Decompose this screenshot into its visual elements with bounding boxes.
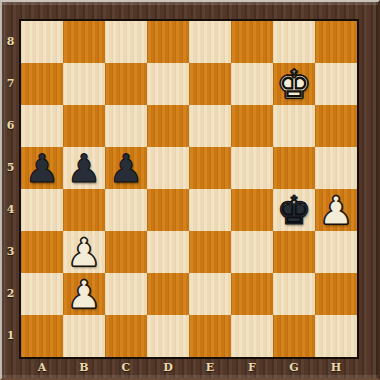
piece-white-king-g7[interactable]: ♚ — [273, 63, 315, 105]
square-h3[interactable] — [315, 231, 357, 273]
square-f5[interactable] — [231, 147, 273, 189]
file-label-d: D — [147, 359, 189, 378]
square-d4[interactable] — [147, 189, 189, 231]
file-label-f: F — [231, 359, 273, 378]
rank-label-2: 2 — [2, 273, 19, 315]
square-d6[interactable] — [147, 105, 189, 147]
file-label-a: A — [21, 359, 63, 378]
piece-white-pawn-b3[interactable]: ♟ — [63, 231, 105, 273]
square-c1[interactable] — [105, 315, 147, 357]
square-b1[interactable] — [63, 315, 105, 357]
square-a2[interactable] — [21, 273, 63, 315]
file-labels: ABCDEFGH — [21, 359, 357, 378]
piece-white-pawn-b2[interactable]: ♟ — [63, 273, 105, 315]
square-b5[interactable]: ♟ — [63, 147, 105, 189]
square-d3[interactable] — [147, 231, 189, 273]
square-e7[interactable] — [189, 63, 231, 105]
square-a1[interactable] — [21, 315, 63, 357]
square-g1[interactable] — [273, 315, 315, 357]
rank-label-3: 3 — [2, 231, 19, 273]
rank-label-4: 4 — [2, 189, 19, 231]
square-f2[interactable] — [231, 273, 273, 315]
rank-label-5: 5 — [2, 147, 19, 189]
square-g3[interactable] — [273, 231, 315, 273]
piece-white-pawn-h4[interactable]: ♟ — [315, 189, 357, 231]
file-label-g: G — [273, 359, 315, 378]
piece-black-pawn-c5[interactable]: ♟ — [105, 147, 147, 189]
square-g6[interactable] — [273, 105, 315, 147]
square-c7[interactable] — [105, 63, 147, 105]
board: ♚♟♟♟♚♟♟♟ — [19, 19, 359, 359]
square-c3[interactable] — [105, 231, 147, 273]
chessboard-widget: ♚♟♟♟♚♟♟♟ 87654321 ABCDEFGH — [0, 0, 380, 380]
square-b2[interactable]: ♟ — [63, 273, 105, 315]
square-h2[interactable] — [315, 273, 357, 315]
square-f8[interactable] — [231, 21, 273, 63]
square-a6[interactable] — [21, 105, 63, 147]
square-c5[interactable]: ♟ — [105, 147, 147, 189]
square-h4[interactable]: ♟ — [315, 189, 357, 231]
square-h5[interactable] — [315, 147, 357, 189]
square-b4[interactable] — [63, 189, 105, 231]
square-d7[interactable] — [147, 63, 189, 105]
square-h8[interactable] — [315, 21, 357, 63]
file-label-e: E — [189, 359, 231, 378]
square-g5[interactable] — [273, 147, 315, 189]
square-b3[interactable]: ♟ — [63, 231, 105, 273]
square-h7[interactable] — [315, 63, 357, 105]
square-h1[interactable] — [315, 315, 357, 357]
square-f4[interactable] — [231, 189, 273, 231]
rank-labels: 87654321 — [2, 21, 19, 357]
square-b6[interactable] — [63, 105, 105, 147]
square-d1[interactable] — [147, 315, 189, 357]
piece-black-pawn-b5[interactable]: ♟ — [63, 147, 105, 189]
square-e8[interactable] — [189, 21, 231, 63]
square-e6[interactable] — [189, 105, 231, 147]
piece-black-pawn-a5[interactable]: ♟ — [21, 147, 63, 189]
square-g8[interactable] — [273, 21, 315, 63]
square-a5[interactable]: ♟ — [21, 147, 63, 189]
square-c8[interactable] — [105, 21, 147, 63]
square-h6[interactable] — [315, 105, 357, 147]
square-e5[interactable] — [189, 147, 231, 189]
square-f6[interactable] — [231, 105, 273, 147]
square-e4[interactable] — [189, 189, 231, 231]
square-g7[interactable]: ♚ — [273, 63, 315, 105]
square-d2[interactable] — [147, 273, 189, 315]
file-label-h: H — [315, 359, 357, 378]
file-label-b: B — [63, 359, 105, 378]
square-a8[interactable] — [21, 21, 63, 63]
square-e1[interactable] — [189, 315, 231, 357]
rank-label-7: 7 — [2, 63, 19, 105]
square-a3[interactable] — [21, 231, 63, 273]
square-c4[interactable] — [105, 189, 147, 231]
square-f7[interactable] — [231, 63, 273, 105]
square-a7[interactable] — [21, 63, 63, 105]
rank-label-8: 8 — [2, 21, 19, 63]
rank-label-1: 1 — [2, 315, 19, 357]
square-d8[interactable] — [147, 21, 189, 63]
square-f1[interactable] — [231, 315, 273, 357]
square-f3[interactable] — [231, 231, 273, 273]
square-e3[interactable] — [189, 231, 231, 273]
square-a4[interactable] — [21, 189, 63, 231]
piece-black-king-g4[interactable]: ♚ — [273, 189, 315, 231]
square-c2[interactable] — [105, 273, 147, 315]
square-g4[interactable]: ♚ — [273, 189, 315, 231]
square-g2[interactable] — [273, 273, 315, 315]
square-b8[interactable] — [63, 21, 105, 63]
square-b7[interactable] — [63, 63, 105, 105]
file-label-c: C — [105, 359, 147, 378]
square-d5[interactable] — [147, 147, 189, 189]
square-c6[interactable] — [105, 105, 147, 147]
rank-label-6: 6 — [2, 105, 19, 147]
square-e2[interactable] — [189, 273, 231, 315]
